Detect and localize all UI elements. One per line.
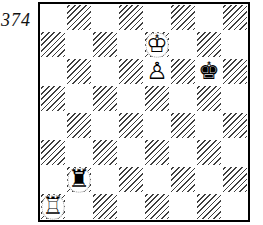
square-g4[interactable] <box>196 112 222 139</box>
square-g2[interactable] <box>196 166 222 193</box>
square-h7[interactable] <box>222 31 248 58</box>
square-a8[interactable] <box>40 4 66 31</box>
square-b6[interactable] <box>66 58 92 85</box>
square-b8[interactable] <box>66 4 92 31</box>
square-f4[interactable] <box>170 112 196 139</box>
square-d5[interactable] <box>118 85 144 112</box>
square-b1[interactable] <box>66 193 92 220</box>
square-e2[interactable] <box>144 166 170 193</box>
square-c4[interactable] <box>92 112 118 139</box>
square-e1[interactable] <box>144 193 170 220</box>
square-d8[interactable] <box>118 4 144 31</box>
square-h5[interactable] <box>222 85 248 112</box>
square-a2[interactable] <box>40 166 66 193</box>
square-c7[interactable] <box>92 31 118 58</box>
square-a6[interactable] <box>40 58 66 85</box>
diagram-number: 374 <box>1 10 31 31</box>
square-e4[interactable] <box>144 112 170 139</box>
square-a4[interactable] <box>40 112 66 139</box>
square-f7[interactable] <box>170 31 196 58</box>
square-d6[interactable] <box>118 58 144 85</box>
square-c5[interactable] <box>92 85 118 112</box>
square-b2[interactable]: ♜ <box>66 166 92 193</box>
square-a1[interactable]: ♖ <box>40 193 66 220</box>
square-g3[interactable] <box>196 139 222 166</box>
square-g5[interactable] <box>196 85 222 112</box>
square-e8[interactable] <box>144 4 170 31</box>
square-c6[interactable] <box>92 58 118 85</box>
square-h4[interactable] <box>222 112 248 139</box>
square-f3[interactable] <box>170 139 196 166</box>
square-g7[interactable] <box>196 31 222 58</box>
square-h8[interactable] <box>222 4 248 31</box>
square-f5[interactable] <box>170 85 196 112</box>
square-c1[interactable] <box>92 193 118 220</box>
square-d4[interactable] <box>118 112 144 139</box>
square-b7[interactable] <box>66 31 92 58</box>
square-d7[interactable] <box>118 31 144 58</box>
piece-black-king[interactable]: ♚ <box>198 58 220 85</box>
square-f1[interactable] <box>170 193 196 220</box>
square-h6[interactable] <box>222 58 248 85</box>
square-h2[interactable] <box>222 166 248 193</box>
square-b5[interactable] <box>66 85 92 112</box>
square-e7[interactable]: ♔ <box>144 31 170 58</box>
square-f6[interactable] <box>170 58 196 85</box>
square-h3[interactable] <box>222 139 248 166</box>
square-a3[interactable] <box>40 139 66 166</box>
square-a7[interactable] <box>40 31 66 58</box>
square-g6[interactable]: ♚ <box>196 58 222 85</box>
square-e5[interactable] <box>144 85 170 112</box>
square-d2[interactable] <box>118 166 144 193</box>
square-e3[interactable] <box>144 139 170 166</box>
square-b4[interactable] <box>66 112 92 139</box>
square-f8[interactable] <box>170 4 196 31</box>
square-c2[interactable] <box>92 166 118 193</box>
piece-white-king[interactable]: ♔ <box>146 31 168 58</box>
square-c3[interactable] <box>92 139 118 166</box>
square-e6[interactable]: ♙ <box>144 58 170 85</box>
square-g8[interactable] <box>196 4 222 31</box>
square-d3[interactable] <box>118 139 144 166</box>
square-d1[interactable] <box>118 193 144 220</box>
square-f2[interactable] <box>170 166 196 193</box>
piece-white-rook[interactable]: ♖ <box>42 193 64 220</box>
square-c8[interactable] <box>92 4 118 31</box>
square-a5[interactable] <box>40 85 66 112</box>
square-b3[interactable] <box>66 139 92 166</box>
piece-white-pawn[interactable]: ♙ <box>146 58 168 85</box>
piece-black-rook[interactable]: ♜ <box>68 166 90 193</box>
chess-board: ♔♙♚♜♖ <box>38 2 250 222</box>
square-h1[interactable] <box>222 193 248 220</box>
square-g1[interactable] <box>196 193 222 220</box>
